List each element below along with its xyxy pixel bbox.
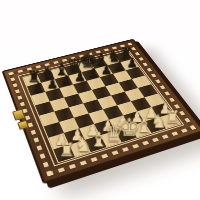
- square-h5[interactable]: [132, 76, 151, 88]
- piece-black-pawn[interactable]: ♟: [26, 80, 50, 94]
- square-h4[interactable]: [138, 84, 158, 97]
- chess-set-photo: ♜♞♝♛♚♝♞♜♟♟♟♟♟♟♟♟♟♟♟♟♟♟♟♟♜♞♝♛♚♝♞♜: [0, 0, 200, 200]
- square-a1[interactable]: ♜: [53, 145, 75, 162]
- board-grid: ♜♞♝♛♚♝♞♜♟♟♟♟♟♟♟♟♟♟♟♟♟♟♟♟♜♞♝♛♚♝♞♜: [22, 51, 181, 164]
- chess-board: ♜♞♝♛♚♝♞♜♟♟♟♟♟♟♟♟♟♟♟♟♟♟♟♟♜♞♝♛♚♝♞♜: [2, 39, 200, 184]
- piece-white-rook[interactable]: ♜: [53, 142, 80, 160]
- perspective-scene: ♜♞♝♛♚♝♞♜♟♟♟♟♟♟♟♟♟♟♟♟♟♟♟♟♜♞♝♛♚♝♞♜: [0, 0, 200, 200]
